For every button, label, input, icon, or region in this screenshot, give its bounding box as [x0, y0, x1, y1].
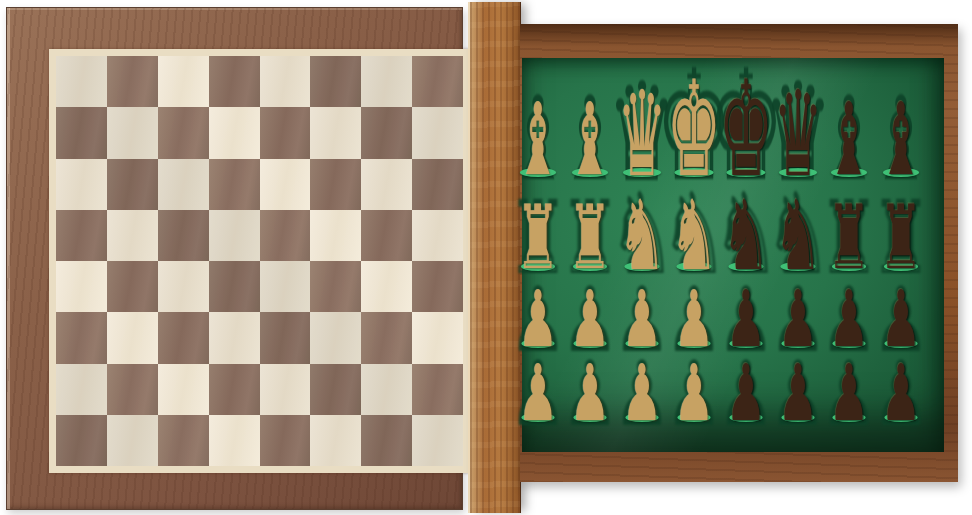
square-b8[interactable] — [107, 56, 158, 107]
square-f8[interactable] — [310, 56, 361, 107]
square-h5[interactable] — [412, 210, 463, 261]
tray-slot-r1c7[interactable]: ♝♝ — [823, 73, 875, 178]
piece-black-bishop[interactable]: ♝ — [827, 90, 872, 190]
square-d7[interactable] — [209, 107, 260, 158]
chess-box-product-photo: ♝♝♝♝♛♛♚♚♚♚♛♛♝♝♝♝♜♜♜♜♞♞♞♞♞♞♞♞♜♜♜♜♟♟♟♟♟♟♟♟… — [0, 0, 972, 515]
piece-white-bishop[interactable]: ♝ — [567, 90, 612, 190]
square-b7[interactable] — [107, 107, 158, 158]
square-c4[interactable] — [158, 261, 209, 312]
piece-black-pawn[interactable]: ♟ — [725, 354, 766, 432]
square-g1[interactable] — [361, 415, 412, 466]
square-h6[interactable] — [412, 159, 463, 210]
square-d4[interactable] — [209, 261, 260, 312]
square-g5[interactable] — [361, 210, 412, 261]
square-g4[interactable] — [361, 261, 412, 312]
square-e3[interactable] — [260, 312, 311, 363]
square-b1[interactable] — [107, 415, 158, 466]
square-e1[interactable] — [260, 415, 311, 466]
square-a3[interactable] — [56, 312, 107, 363]
board-squares — [56, 56, 463, 466]
piece-white-pawn[interactable]: ♟ — [673, 354, 714, 432]
square-h2[interactable] — [412, 364, 463, 415]
square-d2[interactable] — [209, 364, 260, 415]
square-c1[interactable] — [158, 415, 209, 466]
square-f2[interactable] — [310, 364, 361, 415]
square-e7[interactable] — [260, 107, 311, 158]
piece-black-pawn[interactable]: ♟ — [777, 354, 818, 432]
square-c7[interactable] — [158, 107, 209, 158]
piece-black-bishop[interactable]: ♝ — [879, 90, 924, 190]
square-f3[interactable] — [310, 312, 361, 363]
chess-board — [6, 7, 463, 510]
square-c6[interactable] — [158, 159, 209, 210]
square-c3[interactable] — [158, 312, 209, 363]
square-a7[interactable] — [56, 107, 107, 158]
piece-black-pawn[interactable]: ♟ — [881, 354, 922, 432]
square-a2[interactable] — [56, 364, 107, 415]
square-g2[interactable] — [361, 364, 412, 415]
square-f6[interactable] — [310, 159, 361, 210]
piece-drawer[interactable]: ♝♝♝♝♛♛♚♚♚♚♛♛♝♝♝♝♜♜♜♜♞♞♞♞♞♞♞♞♜♜♜♜♟♟♟♟♟♟♟♟… — [520, 24, 958, 482]
square-a5[interactable] — [56, 210, 107, 261]
square-b2[interactable] — [107, 364, 158, 415]
square-a8[interactable] — [56, 56, 107, 107]
square-h1[interactable] — [412, 415, 463, 466]
square-c5[interactable] — [158, 210, 209, 261]
tray-slot-r4c5[interactable]: ♟♟ — [720, 363, 772, 423]
square-a6[interactable] — [56, 159, 107, 210]
square-d8[interactable] — [209, 56, 260, 107]
square-f7[interactable] — [310, 107, 361, 158]
tray-slot-r1c1[interactable]: ♝♝ — [512, 73, 564, 178]
tray-slot-r1c6[interactable]: ♛♛ — [772, 73, 824, 178]
square-f4[interactable] — [310, 261, 361, 312]
piece-white-pawn[interactable]: ♟ — [570, 354, 611, 432]
square-d3[interactable] — [209, 312, 260, 363]
tray-slot-r2c1[interactable]: ♜♜ — [512, 187, 564, 272]
square-c8[interactable] — [158, 56, 209, 107]
square-e2[interactable] — [260, 364, 311, 415]
piece-black-pawn[interactable]: ♟ — [829, 354, 870, 432]
square-e5[interactable] — [260, 210, 311, 261]
square-e4[interactable] — [260, 261, 311, 312]
square-h8[interactable] — [412, 56, 463, 107]
piece-white-bishop[interactable]: ♝ — [516, 90, 561, 190]
square-g8[interactable] — [361, 56, 412, 107]
square-g6[interactable] — [361, 159, 412, 210]
square-b4[interactable] — [107, 261, 158, 312]
square-b5[interactable] — [107, 210, 158, 261]
tray-slot-r2c8[interactable]: ♜♜ — [875, 187, 927, 272]
square-f1[interactable] — [310, 415, 361, 466]
tray-slot-r1c8[interactable]: ♝♝ — [875, 73, 927, 178]
square-e6[interactable] — [260, 159, 311, 210]
tray-slot-r4c3[interactable]: ♟♟ — [616, 363, 668, 423]
square-g3[interactable] — [361, 312, 412, 363]
square-f5[interactable] — [310, 210, 361, 261]
square-d6[interactable] — [209, 159, 260, 210]
piece-white-pawn[interactable]: ♟ — [622, 354, 663, 432]
square-a4[interactable] — [56, 261, 107, 312]
tray-slot-r2c7[interactable]: ♜♜ — [823, 187, 875, 272]
tray-slot-r4c2[interactable]: ♟♟ — [564, 363, 616, 423]
square-e8[interactable] — [260, 56, 311, 107]
square-h3[interactable] — [412, 312, 463, 363]
tray-slot-r4c1[interactable]: ♟♟ — [512, 363, 564, 423]
square-h4[interactable] — [412, 261, 463, 312]
square-c2[interactable] — [158, 364, 209, 415]
square-a1[interactable] — [56, 415, 107, 466]
tray-slot-r4c8[interactable]: ♟♟ — [875, 363, 927, 423]
square-h7[interactable] — [412, 107, 463, 158]
tray-slot-r4c6[interactable]: ♟♟ — [772, 363, 824, 423]
tray-slot-r4c7[interactable]: ♟♟ — [823, 363, 875, 423]
square-b3[interactable] — [107, 312, 158, 363]
tray-slot-r2c6[interactable]: ♞♞ — [772, 187, 824, 272]
tray-slot-r4c4[interactable]: ♟♟ — [668, 363, 720, 423]
piece-white-pawn[interactable]: ♟ — [518, 354, 559, 432]
square-d1[interactable] — [209, 415, 260, 466]
square-d5[interactable] — [209, 210, 260, 261]
square-g7[interactable] — [361, 107, 412, 158]
square-b6[interactable] — [107, 159, 158, 210]
